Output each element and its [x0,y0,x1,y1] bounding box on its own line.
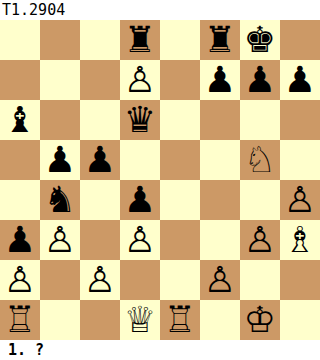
square-d6[interactable]: ♛ [120,100,160,140]
square-f4[interactable] [200,180,240,220]
piece-black-knight: ♞ [40,180,80,220]
square-d3[interactable]: ♙ [120,220,160,260]
square-e1[interactable]: ♖ [160,300,200,340]
square-h2[interactable] [280,260,320,300]
square-g7[interactable]: ♟ [240,60,280,100]
square-d5[interactable] [120,140,160,180]
piece-black-pawn: ♟ [40,140,80,180]
square-e6[interactable] [160,100,200,140]
square-a7[interactable] [0,60,40,100]
square-h1[interactable] [280,300,320,340]
square-c6[interactable] [80,100,120,140]
square-h4[interactable]: ♙ [280,180,320,220]
square-d2[interactable] [120,260,160,300]
chess-board: ♜♜♚♙♟♟♟♝♛♟♟♘♞♟♙♟♙♙♙♗♙♙♙♖♕♖♔ [0,20,320,340]
square-c7[interactable] [80,60,120,100]
square-f6[interactable] [200,100,240,140]
square-e5[interactable] [160,140,200,180]
square-a1[interactable]: ♖ [0,300,40,340]
square-b8[interactable] [40,20,80,60]
square-d8[interactable]: ♜ [120,20,160,60]
square-c4[interactable] [80,180,120,220]
square-b2[interactable] [40,260,80,300]
square-g5[interactable]: ♘ [240,140,280,180]
piece-white-pawn: ♙ [80,260,120,300]
square-g3[interactable]: ♙ [240,220,280,260]
square-b5[interactable]: ♟ [40,140,80,180]
piece-white-bishop: ♗ [280,220,320,260]
piece-white-pawn: ♙ [40,220,80,260]
square-f7[interactable]: ♟ [200,60,240,100]
square-e3[interactable] [160,220,200,260]
square-h3[interactable]: ♗ [280,220,320,260]
square-e8[interactable] [160,20,200,60]
piece-white-rook: ♖ [0,300,40,340]
square-h5[interactable] [280,140,320,180]
square-f5[interactable] [200,140,240,180]
square-h7[interactable]: ♟ [280,60,320,100]
square-d1[interactable]: ♕ [120,300,160,340]
square-c5[interactable]: ♟ [80,140,120,180]
piece-black-pawn: ♟ [120,180,160,220]
square-b4[interactable]: ♞ [40,180,80,220]
piece-white-pawn: ♙ [120,60,160,100]
square-c3[interactable] [80,220,120,260]
square-a5[interactable] [0,140,40,180]
square-b6[interactable] [40,100,80,140]
square-b7[interactable] [40,60,80,100]
square-h6[interactable] [280,100,320,140]
move-prompt: 1. ? [0,340,320,360]
square-g1[interactable]: ♔ [240,300,280,340]
piece-black-king: ♚ [240,20,280,60]
square-f3[interactable] [200,220,240,260]
square-g2[interactable] [240,260,280,300]
puzzle-title: T1.2904 [0,0,320,20]
square-g8[interactable]: ♚ [240,20,280,60]
square-c8[interactable] [80,20,120,60]
piece-black-queen: ♛ [120,100,160,140]
square-a3[interactable]: ♟ [0,220,40,260]
square-d7[interactable]: ♙ [120,60,160,100]
square-h8[interactable] [280,20,320,60]
square-d4[interactable]: ♟ [120,180,160,220]
square-g6[interactable] [240,100,280,140]
piece-white-queen: ♕ [120,300,160,340]
piece-white-knight: ♘ [240,140,280,180]
piece-white-pawn: ♙ [200,260,240,300]
square-a2[interactable]: ♙ [0,260,40,300]
piece-black-bishop: ♝ [0,100,40,140]
piece-black-pawn: ♟ [200,60,240,100]
piece-black-pawn: ♟ [80,140,120,180]
piece-black-pawn: ♟ [280,60,320,100]
piece-white-king: ♔ [240,300,280,340]
piece-white-rook: ♖ [160,300,200,340]
square-b3[interactable]: ♙ [40,220,80,260]
square-e2[interactable] [160,260,200,300]
piece-black-pawn: ♟ [0,220,40,260]
square-a4[interactable] [0,180,40,220]
square-a6[interactable]: ♝ [0,100,40,140]
square-f2[interactable]: ♙ [200,260,240,300]
chess-puzzle-window: T1.2904 ♜♜♚♙♟♟♟♝♛♟♟♘♞♟♙♟♙♙♙♗♙♙♙♖♕♖♔ 1. ? [0,0,320,360]
square-e4[interactable] [160,180,200,220]
piece-black-rook: ♜ [200,20,240,60]
piece-black-pawn: ♟ [240,60,280,100]
piece-white-pawn: ♙ [120,220,160,260]
piece-white-pawn: ♙ [0,260,40,300]
square-f1[interactable] [200,300,240,340]
piece-white-pawn: ♙ [280,180,320,220]
square-c1[interactable] [80,300,120,340]
piece-black-rook: ♜ [120,20,160,60]
square-e7[interactable] [160,60,200,100]
piece-white-pawn: ♙ [240,220,280,260]
square-c2[interactable]: ♙ [80,260,120,300]
square-b1[interactable] [40,300,80,340]
square-f8[interactable]: ♜ [200,20,240,60]
square-a8[interactable] [0,20,40,60]
square-g4[interactable] [240,180,280,220]
